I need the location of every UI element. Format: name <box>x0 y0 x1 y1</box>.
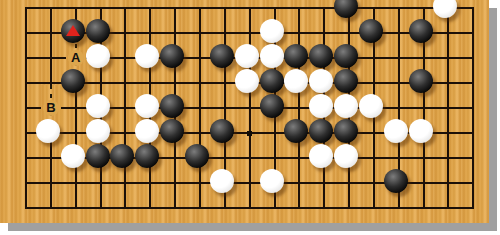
black-stone <box>210 119 234 143</box>
white-stone <box>135 119 159 143</box>
black-stone <box>61 19 85 43</box>
black-stone <box>334 119 358 143</box>
white-stone <box>359 94 383 118</box>
black-stone <box>409 69 433 93</box>
white-stone <box>260 19 284 43</box>
white-stone <box>235 69 259 93</box>
white-stone <box>235 44 259 68</box>
black-stone <box>110 144 134 168</box>
black-stone <box>86 19 110 43</box>
black-stone <box>309 44 333 68</box>
grid-line-v <box>249 7 251 209</box>
white-stone <box>86 119 110 143</box>
white-stone <box>210 169 234 193</box>
black-stone <box>334 0 358 18</box>
go-diagram-page: AB <box>0 0 500 235</box>
black-stone <box>210 44 234 68</box>
grid-line-v <box>199 7 201 209</box>
white-stone <box>135 94 159 118</box>
black-stone <box>260 69 284 93</box>
white-stone <box>86 44 110 68</box>
grid-line-v <box>298 7 300 209</box>
white-stone <box>409 119 433 143</box>
point-label-text: B <box>43 100 59 116</box>
triangle-marker-icon <box>66 25 80 36</box>
black-stone <box>334 69 358 93</box>
white-stone <box>309 144 333 168</box>
white-stone <box>260 169 284 193</box>
black-stone <box>160 94 184 118</box>
white-stone <box>260 44 284 68</box>
white-stone <box>433 0 457 18</box>
grid-line-v <box>124 7 126 209</box>
grid-line-v <box>472 7 474 209</box>
white-stone <box>36 119 60 143</box>
white-stone <box>135 44 159 68</box>
go-board[interactable]: AB <box>0 0 489 223</box>
white-stone <box>309 94 333 118</box>
black-stone <box>86 144 110 168</box>
point-label-text: A <box>68 50 84 66</box>
white-stone <box>86 94 110 118</box>
white-stone <box>284 69 308 93</box>
black-stone <box>135 144 159 168</box>
grid-line-v <box>25 7 27 209</box>
white-stone <box>334 94 358 118</box>
black-stone <box>284 44 308 68</box>
black-stone <box>334 44 358 68</box>
black-stone <box>61 69 85 93</box>
white-stone <box>384 119 408 143</box>
white-stone <box>61 144 85 168</box>
black-stone <box>260 94 284 118</box>
black-stone <box>284 119 308 143</box>
black-stone <box>160 119 184 143</box>
black-stone <box>185 144 209 168</box>
black-stone <box>384 169 408 193</box>
star-point <box>247 131 252 136</box>
white-stone <box>334 144 358 168</box>
black-stone <box>409 19 433 43</box>
black-stone <box>160 44 184 68</box>
white-stone <box>309 69 333 93</box>
black-stone <box>359 19 383 43</box>
black-stone <box>309 119 333 143</box>
grid-line-v <box>447 7 449 209</box>
